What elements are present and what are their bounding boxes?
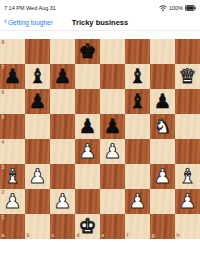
file-label-f: f <box>127 233 129 238</box>
chess-board: 8♚♟7♝♟♝♛6♟♝♟5♟♟♞4♟♟♝3♟♟♝♟2♟♟♟1abc♚defgh <box>0 39 200 239</box>
rank-label-4: 4 <box>2 140 5 145</box>
rank-label-3: 3 <box>2 165 5 170</box>
piece-black-k-d8[interactable]: ♚ <box>75 39 100 64</box>
piece-white-q-h7[interactable]: ♛ <box>175 64 200 89</box>
square-g1[interactable]: g <box>150 214 175 239</box>
square-e2[interactable] <box>100 189 125 214</box>
page-title: Tricky business <box>72 18 128 27</box>
piece-white-p-f2[interactable]: ♟ <box>125 189 150 214</box>
square-d3[interactable] <box>75 164 100 189</box>
square-f4[interactable] <box>125 139 150 164</box>
square-e5[interactable]: ♟ <box>100 114 125 139</box>
file-label-g: g <box>152 233 155 238</box>
file-label-d: d <box>77 233 80 238</box>
battery-icon <box>185 5 196 11</box>
square-h6[interactable] <box>175 89 200 114</box>
piece-white-p-h2[interactable]: ♟ <box>175 189 200 214</box>
rank-label-8: 8 <box>2 40 5 45</box>
square-d1[interactable]: ♚d <box>75 214 100 239</box>
square-f7[interactable]: ♝ <box>125 64 150 89</box>
file-label-a: a <box>2 233 5 238</box>
square-h8[interactable] <box>175 39 200 64</box>
rank-label-6: 6 <box>2 90 5 95</box>
app-screen: 7:14 PM Wed Aug 31 100% ‹ Getting toughe… <box>0 0 200 266</box>
square-b7[interactable]: ♝ <box>25 64 50 89</box>
file-label-e: e <box>102 233 105 238</box>
piece-white-p-e4[interactable]: ♟ <box>100 139 125 164</box>
wifi-icon <box>159 5 167 11</box>
rank-label-1: 1 <box>2 215 5 220</box>
square-d6[interactable] <box>75 89 100 114</box>
rank-label-5: 5 <box>2 115 5 120</box>
square-a7[interactable]: ♟7 <box>0 64 25 89</box>
square-b1[interactable]: b <box>25 214 50 239</box>
square-c3[interactable] <box>50 164 75 189</box>
piece-black-b-f6[interactable]: ♝ <box>125 89 150 114</box>
square-f1[interactable]: f <box>125 214 150 239</box>
square-f6[interactable]: ♝ <box>125 89 150 114</box>
square-c1[interactable]: c <box>50 214 75 239</box>
square-d7[interactable] <box>75 64 100 89</box>
piece-white-p-c2[interactable]: ♟ <box>50 189 75 214</box>
square-e7[interactable] <box>100 64 125 89</box>
piece-black-p-c7[interactable]: ♟ <box>50 64 75 89</box>
square-c2[interactable]: ♟ <box>50 189 75 214</box>
square-e8[interactable] <box>100 39 125 64</box>
square-h2[interactable]: ♟ <box>175 189 200 214</box>
file-label-b: b <box>27 233 30 238</box>
square-e4[interactable]: ♟ <box>100 139 125 164</box>
piece-white-n-g5[interactable]: ♞ <box>150 114 175 139</box>
back-chevron-icon: ‹ <box>4 17 7 26</box>
square-d4[interactable]: ♟ <box>75 139 100 164</box>
piece-white-p-b3[interactable]: ♟ <box>25 164 50 189</box>
status-time: 7:14 PM Wed Aug 31 <box>4 5 56 11</box>
square-g6[interactable]: ♟ <box>150 89 175 114</box>
file-label-c: c <box>52 233 55 238</box>
rank-label-7: 7 <box>2 65 5 70</box>
square-h5[interactable] <box>175 114 200 139</box>
back-button-label: Getting tougher <box>8 19 53 26</box>
square-h4[interactable] <box>175 139 200 164</box>
square-g4[interactable] <box>150 139 175 164</box>
square-d8[interactable]: ♚ <box>75 39 100 64</box>
status-indicators: 100% <box>159 5 196 11</box>
square-a3[interactable]: ♝3 <box>0 164 25 189</box>
battery-percent: 100% <box>169 5 183 11</box>
square-c8[interactable] <box>50 39 75 64</box>
square-a6[interactable]: 6 <box>0 89 25 114</box>
square-e1[interactable]: e <box>100 214 125 239</box>
square-b2[interactable] <box>25 189 50 214</box>
square-h3[interactable]: ♝ <box>175 164 200 189</box>
square-f5[interactable] <box>125 114 150 139</box>
square-d5[interactable]: ♟ <box>75 114 100 139</box>
file-label-h: h <box>177 233 180 238</box>
piece-white-p-g3[interactable]: ♟ <box>150 164 175 189</box>
piece-white-b-h3[interactable]: ♝ <box>175 164 200 189</box>
square-c6[interactable] <box>50 89 75 114</box>
square-h7[interactable]: ♛ <box>175 64 200 89</box>
square-f2[interactable]: ♟ <box>125 189 150 214</box>
square-b5[interactable] <box>25 114 50 139</box>
square-b4[interactable] <box>25 139 50 164</box>
square-a5[interactable]: 5 <box>0 114 25 139</box>
square-f3[interactable] <box>125 164 150 189</box>
square-g8[interactable] <box>150 39 175 64</box>
square-g2[interactable] <box>150 189 175 214</box>
square-d2[interactable] <box>75 189 100 214</box>
piece-white-p-d4[interactable]: ♟ <box>75 139 100 164</box>
square-c4[interactable] <box>50 139 75 164</box>
square-g5[interactable]: ♞ <box>150 114 175 139</box>
piece-black-b-f7[interactable]: ♝ <box>125 64 150 89</box>
square-f8[interactable] <box>125 39 150 64</box>
status-bar: 7:14 PM Wed Aug 31 100% <box>0 0 200 14</box>
square-a4[interactable]: 4 <box>0 139 25 164</box>
square-c5[interactable] <box>50 114 75 139</box>
piece-black-p-e5[interactable]: ♟ <box>100 114 125 139</box>
square-c7[interactable]: ♟ <box>50 64 75 89</box>
square-a1[interactable]: 1a <box>0 214 25 239</box>
square-e3[interactable] <box>100 164 125 189</box>
square-b8[interactable] <box>25 39 50 64</box>
square-a2[interactable]: ♟2 <box>0 189 25 214</box>
back-button[interactable]: ‹ Getting tougher <box>4 14 53 30</box>
square-a8[interactable]: 8 <box>0 39 25 64</box>
square-b6[interactable]: ♟ <box>25 89 50 114</box>
piece-black-p-d5[interactable]: ♟ <box>75 114 100 139</box>
square-h1[interactable]: h <box>175 214 200 239</box>
square-g7[interactable] <box>150 64 175 89</box>
square-b3[interactable]: ♟ <box>25 164 50 189</box>
piece-black-p-g6[interactable]: ♟ <box>150 89 175 114</box>
square-e6[interactable] <box>100 89 125 114</box>
rank-label-2: 2 <box>2 190 5 195</box>
nav-bar: ‹ Getting tougher Tricky business <box>0 14 200 31</box>
piece-black-p-b6[interactable]: ♟ <box>25 89 50 114</box>
board-area: 8♚♟7♝♟♝♛6♟♝♟5♟♟♞4♟♟♝3♟♟♝♟2♟♟♟1abc♚defgh <box>0 39 200 239</box>
piece-black-b-b7[interactable]: ♝ <box>25 64 50 89</box>
square-g3[interactable]: ♟ <box>150 164 175 189</box>
